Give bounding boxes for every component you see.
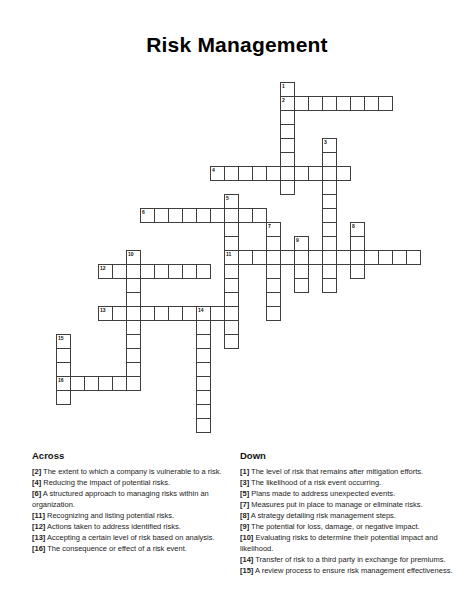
grid-cell-r21c3[interactable] xyxy=(98,376,113,391)
grid-cell-r4c19[interactable]: 3 xyxy=(322,138,337,153)
clue-down-5: [5] Plans made to address unexpected eve… xyxy=(240,488,459,499)
down-clues-section: Down [1] The level of risk that remains … xyxy=(240,450,459,576)
grid-cell-r15c5[interactable] xyxy=(126,292,141,307)
clue-number-10: 10 xyxy=(128,251,134,257)
clue-number-3: 3 xyxy=(324,139,327,145)
grid-cell-r9c12[interactable] xyxy=(224,208,239,223)
across-header: Across xyxy=(32,450,240,462)
grid-cell-r23c10[interactable] xyxy=(196,404,211,419)
grid-cell-r6c15[interactable] xyxy=(266,166,281,181)
grid-cell-r10c15[interactable]: 7 xyxy=(266,222,281,237)
grid-cell-r6c18[interactable] xyxy=(308,166,323,181)
clue-number-13: 13 xyxy=(100,307,106,313)
grid-cell-r9c10[interactable] xyxy=(196,208,211,223)
across-clue-list: [2] The extent to which a company is vul… xyxy=(32,466,240,554)
grid-cell-r19c10[interactable] xyxy=(196,348,211,363)
grid-cell-r4c16[interactable] xyxy=(280,138,295,153)
grid-cell-r1c20[interactable] xyxy=(336,96,351,111)
grid-cell-r17c12[interactable] xyxy=(224,320,239,335)
clue-number-6: 6 xyxy=(142,209,145,215)
grid-cell-r1c18[interactable] xyxy=(308,96,323,111)
grid-cell-r13c3[interactable]: 12 xyxy=(98,264,113,279)
grid-cell-r14c12[interactable] xyxy=(224,278,239,293)
grid-cell-r13c10[interactable] xyxy=(196,264,211,279)
grid-cell-r13c17[interactable] xyxy=(294,264,309,279)
grid-cell-r21c0[interactable]: 16 xyxy=(56,376,71,391)
grid-cell-r12c13[interactable] xyxy=(238,250,253,265)
puzzle-title: Risk Management xyxy=(0,33,474,57)
grid-cell-r14c15[interactable] xyxy=(266,278,281,293)
clue-across-2: [2] The extent to which a company is vul… xyxy=(32,466,240,477)
grid-cell-r9c6[interactable]: 6 xyxy=(140,208,155,223)
grid-cell-r13c8[interactable] xyxy=(168,264,183,279)
grid-cell-r16c6[interactable] xyxy=(140,306,155,321)
clue-number-7: 7 xyxy=(268,223,271,229)
grid-cell-r12c17[interactable] xyxy=(294,250,309,265)
grid-cell-r9c9[interactable] xyxy=(182,208,197,223)
grid-cell-r11c21[interactable] xyxy=(350,236,365,251)
grid-cell-r6c11[interactable]: 4 xyxy=(210,166,225,181)
grid-cell-r13c15[interactable] xyxy=(266,264,281,279)
grid-cell-r16c12[interactable] xyxy=(224,306,239,321)
grid-cell-r6c17[interactable] xyxy=(294,166,309,181)
grid-cell-r22c10[interactable] xyxy=(196,390,211,405)
grid-cell-r12c19[interactable] xyxy=(322,250,337,265)
grid-cell-r13c12[interactable] xyxy=(224,264,239,279)
grid-cell-r21c4[interactable] xyxy=(112,376,127,391)
clue-down-10: [10] Evaluating risks to determine their… xyxy=(240,532,459,554)
grid-cell-r9c8[interactable] xyxy=(168,208,183,223)
grid-cell-r16c15[interactable] xyxy=(266,306,281,321)
clue-across-13: [13] Accepting a certain level of risk b… xyxy=(32,532,240,543)
grid-cell-r18c12[interactable] xyxy=(224,334,239,349)
grid-cell-r11c15[interactable] xyxy=(266,236,281,251)
grid-cell-r17c10[interactable] xyxy=(196,320,211,335)
grid-cell-r1c21[interactable] xyxy=(350,96,365,111)
clue-number-12: 12 xyxy=(100,265,106,271)
grid-cell-r11c12[interactable] xyxy=(224,236,239,251)
clue-number-14: 14 xyxy=(198,307,204,313)
grid-cell-r9c13[interactable] xyxy=(238,208,253,223)
grid-cell-r7c16[interactable] xyxy=(280,180,295,195)
clue-down-8: [8] A strategy detailing risk management… xyxy=(240,510,459,521)
grid-cell-r12c16[interactable] xyxy=(280,250,295,265)
grid-cell-r20c5[interactable] xyxy=(126,362,141,377)
grid-cell-r8c12[interactable]: 5 xyxy=(224,194,239,209)
grid-cell-r16c4[interactable] xyxy=(112,306,127,321)
grid-cell-r21c1[interactable] xyxy=(70,376,85,391)
clue-across-4: [4] Reducing the impact of potential ris… xyxy=(32,477,240,488)
grid-cell-r6c14[interactable] xyxy=(252,166,267,181)
grid-cell-r12c20[interactable] xyxy=(336,250,351,265)
down-header: Down xyxy=(240,450,459,462)
grid-cell-r3c16[interactable] xyxy=(280,124,295,139)
grid-cell-r2c16[interactable] xyxy=(280,110,295,125)
grid-cell-r20c0[interactable] xyxy=(56,362,71,377)
grid-cell-r16c8[interactable] xyxy=(168,306,183,321)
grid-cell-r21c2[interactable] xyxy=(84,376,99,391)
grid-cell-r13c7[interactable] xyxy=(154,264,169,279)
clue-across-16: [16] The consequence or effect of a risk… xyxy=(32,543,240,554)
grid-cell-r21c5[interactable] xyxy=(126,376,141,391)
puzzle-page: Risk Management 12345678910111213141516 … xyxy=(0,0,474,613)
grid-cell-r16c3[interactable]: 13 xyxy=(98,306,113,321)
grid-cell-r1c19[interactable] xyxy=(322,96,337,111)
clue-number-11: 11 xyxy=(226,251,231,257)
clue-across-11: [11] Recognizing and listing potential r… xyxy=(32,510,240,521)
crossword-grid: 12345678910111213141516 xyxy=(56,82,422,434)
grid-cell-r16c5[interactable] xyxy=(126,306,141,321)
grid-cell-r0c16[interactable]: 1 xyxy=(280,82,295,97)
grid-cell-r13c19[interactable] xyxy=(322,264,337,279)
grid-cell-r12c21[interactable] xyxy=(350,250,365,265)
clue-number-5: 5 xyxy=(226,195,229,201)
grid-cell-r12c14[interactable] xyxy=(252,250,267,265)
grid-cell-r12c25[interactable] xyxy=(406,250,421,265)
grid-cell-r16c9[interactable] xyxy=(182,306,197,321)
grid-cell-r1c23[interactable] xyxy=(378,96,393,111)
clue-down-9: [9] The potential for loss, damage, or n… xyxy=(240,521,459,532)
grid-cell-r8c19[interactable] xyxy=(322,194,337,209)
grid-cell-r12c5[interactable]: 10 xyxy=(126,250,141,265)
grid-cell-r6c13[interactable] xyxy=(238,166,253,181)
clue-number-8: 8 xyxy=(352,223,355,229)
grid-cell-r16c11[interactable] xyxy=(210,306,225,321)
clue-number-1: 1 xyxy=(282,83,285,89)
grid-cell-r7c19[interactable] xyxy=(322,180,337,195)
grid-cell-r12c23[interactable] xyxy=(378,250,393,265)
clue-down-15: [15] A review process to ensure risk man… xyxy=(240,565,459,576)
grid-cell-r14c5[interactable] xyxy=(126,278,141,293)
grid-cell-r12c18[interactable] xyxy=(308,250,323,265)
grid-cell-r1c22[interactable] xyxy=(364,96,379,111)
clue-number-16: 16 xyxy=(58,377,64,383)
grid-cell-r14c17[interactable] xyxy=(294,278,309,293)
grid-cell-r13c21[interactable] xyxy=(350,264,365,279)
grid-cell-r14c19[interactable] xyxy=(322,278,337,293)
clue-down-1: [1] The level of risk that remains after… xyxy=(240,466,459,477)
grid-cell-r16c7[interactable] xyxy=(154,306,169,321)
across-clues-section: Across [2] The extent to which a company… xyxy=(32,450,240,554)
grid-cell-r18c5[interactable] xyxy=(126,334,141,349)
grid-cell-r22c0[interactable] xyxy=(56,390,71,405)
grid-cell-r13c5[interactable] xyxy=(126,264,141,279)
down-clue-list: [1] The level of risk that remains after… xyxy=(240,466,459,576)
grid-cell-r24c10[interactable] xyxy=(196,418,211,433)
clue-down-14: [14] Transfer of risk to a third party i… xyxy=(240,554,459,565)
grid-cell-r12c15[interactable] xyxy=(266,250,281,265)
clue-down-3: [3] The likelihood of a risk event occur… xyxy=(240,477,459,488)
grid-cell-r11c17[interactable]: 9 xyxy=(294,236,309,251)
grid-cell-r11c19[interactable] xyxy=(322,236,337,251)
clue-number-2: 2 xyxy=(282,97,285,103)
grid-cell-r18c0[interactable]: 15 xyxy=(56,334,71,349)
grid-cell-r12c24[interactable] xyxy=(392,250,407,265)
grid-cell-r13c4[interactable] xyxy=(112,264,127,279)
grid-cell-r13c9[interactable] xyxy=(182,264,197,279)
grid-cell-r15c15[interactable] xyxy=(266,292,281,307)
grid-cell-r5c19[interactable] xyxy=(322,152,337,167)
clue-across-6: [6] A structured approach to managing ri… xyxy=(32,488,240,510)
grid-cell-r5c16[interactable] xyxy=(280,152,295,167)
grid-cell-r12c22[interactable] xyxy=(364,250,379,265)
grid-cell-r9c11[interactable] xyxy=(210,208,225,223)
grid-cell-r13c6[interactable] xyxy=(140,264,155,279)
grid-cell-r10c12[interactable] xyxy=(224,222,239,237)
grid-cell-r21c10[interactable] xyxy=(196,376,211,391)
grid-cell-r10c21[interactable]: 8 xyxy=(350,222,365,237)
grid-cell-r18c10[interactable] xyxy=(196,334,211,349)
grid-cell-r6c16[interactable] xyxy=(280,166,295,181)
grid-cell-r9c19[interactable] xyxy=(322,208,337,223)
grid-cell-r1c16[interactable]: 2 xyxy=(280,96,295,111)
grid-cell-r6c12[interactable] xyxy=(224,166,239,181)
grid-cell-r9c14[interactable] xyxy=(252,208,267,223)
grid-cell-r20c10[interactable] xyxy=(196,362,211,377)
clue-number-9: 9 xyxy=(296,237,299,243)
grid-cell-r6c19[interactable] xyxy=(322,166,337,181)
grid-cell-r10c19[interactable] xyxy=(322,222,337,237)
grid-cell-r6c20[interactable] xyxy=(336,166,351,181)
clue-down-7: [7] Measures put in place to manage or e… xyxy=(240,499,459,510)
clue-across-12: [12] Actions taken to address identified… xyxy=(32,521,240,532)
grid-cell-r19c0[interactable] xyxy=(56,348,71,363)
clue-number-4: 4 xyxy=(212,167,215,173)
grid-cell-r19c5[interactable] xyxy=(126,348,141,363)
grid-cell-r12c12[interactable]: 11 xyxy=(224,250,239,265)
grid-cell-r17c5[interactable] xyxy=(126,320,141,335)
grid-cell-r15c12[interactable] xyxy=(224,292,239,307)
clue-number-15: 15 xyxy=(58,335,64,341)
grid-cell-r16c10[interactable]: 14 xyxy=(196,306,211,321)
grid-cell-r1c17[interactable] xyxy=(294,96,309,111)
grid-cell-r9c7[interactable] xyxy=(154,208,169,223)
